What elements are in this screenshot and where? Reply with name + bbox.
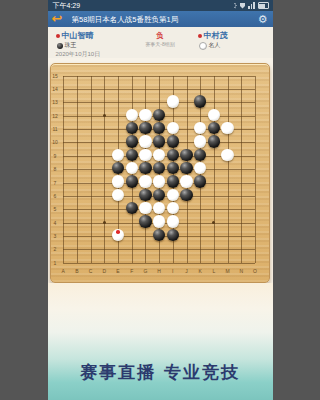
result-detail: 赛事天-8组别 [48,41,273,47]
column-coordinate-label: F [127,268,136,274]
column-coordinate-label: N [237,268,246,274]
row-coordinate-label: 7 [51,180,60,186]
white-stone-I11 [167,122,179,134]
column-coordinate-label: M [223,268,232,274]
white-stone-M9 [221,149,233,161]
grid-line [228,76,229,263]
row-coordinate-label: 14 [51,86,60,92]
column-coordinate-label: K [196,268,205,274]
white-stone-J7 [180,175,192,187]
black-stone-H12 [153,109,165,121]
grid-line [214,76,215,263]
column-coordinate-label: E [114,268,123,274]
white-stone-H9 [153,149,165,161]
white-stone-H4 [153,215,165,227]
white-stone-H7 [153,175,165,187]
white-stone-I13 [167,95,179,107]
black-stone-I3 [167,229,179,241]
row-coordinate-label: 12 [51,113,60,119]
black-stone-F5 [126,202,138,214]
white-player-title: 名人 [209,41,221,50]
white-stone-L12 [208,109,220,121]
page-title: 第58期日本名人战5番胜负第1局 [72,11,243,28]
white-stone-M11 [221,122,233,134]
white-stone-G9 [139,149,151,161]
white-player-title-row: 名人 [199,41,221,50]
black-stone-H3 [153,229,165,241]
black-stone-H11 [153,122,165,134]
black-stone-F7 [126,175,138,187]
white-stone-K11 [194,122,206,134]
black-stone-I7 [167,175,179,187]
white-stone-I4 [167,215,179,227]
row-coordinate-label: 10 [51,139,60,145]
column-coordinate-label: B [72,268,81,274]
white-stone-I6 [167,189,179,201]
white-stone-icon [199,42,207,50]
column-coordinate-label: A [59,268,68,274]
black-stone-E8 [112,162,124,174]
column-coordinate-label: G [141,268,150,274]
row-coordinate-label: 11 [51,126,60,132]
white-player-name: 中村茂 [204,30,228,41]
column-coordinate-label: I [168,268,177,274]
signal-icon [248,2,255,9]
star-point [103,114,106,117]
column-coordinate-label: O [251,268,260,274]
white-stone-G7 [139,175,151,187]
white-stone-F12 [126,109,138,121]
black-stone-K13 [194,95,206,107]
black-stone-H6 [153,189,165,201]
black-stone-J9 [180,149,192,161]
row-coordinate-label: 3 [51,233,60,239]
white-stone-I5 [167,202,179,214]
white-player-row[interactable]: 中村茂 [198,30,228,41]
column-coordinate-label: D [100,268,109,274]
bluetooth-icon [234,3,237,9]
white-stone-G10 [139,135,151,147]
star-point [212,221,215,224]
black-stone-K9 [194,149,206,161]
black-stone-G6 [139,189,151,201]
black-stone-J8 [180,162,192,174]
star-point [103,221,106,224]
last-move-marker [116,230,120,234]
status-icons [234,0,269,11]
result-text: 负 [48,31,273,41]
grid-line [255,76,256,263]
player-panel: 中山智晴 珠王 2020年10月10日 负 赛事天-8组别 中村茂 名人 [48,27,273,59]
white-stone-G12 [139,109,151,121]
black-stone-H10 [153,135,165,147]
black-stone-I9 [167,149,179,161]
back-button[interactable]: ↩ [52,11,63,27]
black-stone-L10 [208,135,220,147]
row-coordinate-label: 9 [51,153,60,159]
row-coordinate-label: 15 [51,73,60,79]
row-coordinate-label: 1 [51,260,60,266]
black-stone-H8 [153,162,165,174]
black-stone-I10 [167,135,179,147]
column-coordinate-label: L [209,268,218,274]
column-coordinate-label: H [155,268,164,274]
column-coordinate-label: J [182,268,191,274]
status-bar: 下午4:29 [48,0,273,11]
row-coordinate-label: 5 [51,206,60,212]
white-stone-G5 [139,202,151,214]
black-stone-F9 [126,149,138,161]
black-stone-F10 [126,135,138,147]
white-stone-E6 [112,189,124,201]
black-stone-G8 [139,162,151,174]
black-stone-K7 [194,175,206,187]
renju-board[interactable]: 151413121110987654321ABCDEFGHIJKLMNO [50,63,270,283]
black-stone-F11 [126,122,138,134]
black-stone-J6 [180,189,192,201]
live-dot-icon [198,34,202,38]
column-coordinate-label: C [86,268,95,274]
black-stone-G11 [139,122,151,134]
row-coordinate-label: 6 [51,193,60,199]
white-stone-K8 [194,162,206,174]
grid-line [63,263,255,264]
shield-icon [240,3,245,9]
white-stone-F8 [126,162,138,174]
white-stone-K10 [194,135,206,147]
black-stone-I8 [167,162,179,174]
grid-line [241,76,242,263]
white-stone-E9 [112,149,124,161]
clock: 下午4:29 [53,0,81,11]
battery-icon [258,2,269,9]
app-bar: ↩ 第58期日本名人战5番胜负第1局 ⚙ [48,11,273,27]
black-stone-G4 [139,215,151,227]
footer-slogan: 赛事直播 专业竞技 [48,361,273,384]
row-coordinate-label: 2 [51,246,60,252]
settings-gear-button[interactable]: ⚙ [258,11,268,27]
black-stone-L11 [208,122,220,134]
row-coordinate-label: 4 [51,220,60,226]
footer-banner: 赛事直播 专业竞技 [48,283,273,400]
row-coordinate-label: 13 [51,99,60,105]
white-stone-H5 [153,202,165,214]
white-stone-E7 [112,175,124,187]
app-screen: 下午4:29 ↩ 第58期日本名人战5番胜负第1局 ⚙ 中山智晴 珠王 2020… [48,0,273,400]
grid-line [63,249,255,250]
board-area: 151413121110987654321ABCDEFGHIJKLMNO [48,58,273,283]
row-coordinate-label: 8 [51,166,60,172]
